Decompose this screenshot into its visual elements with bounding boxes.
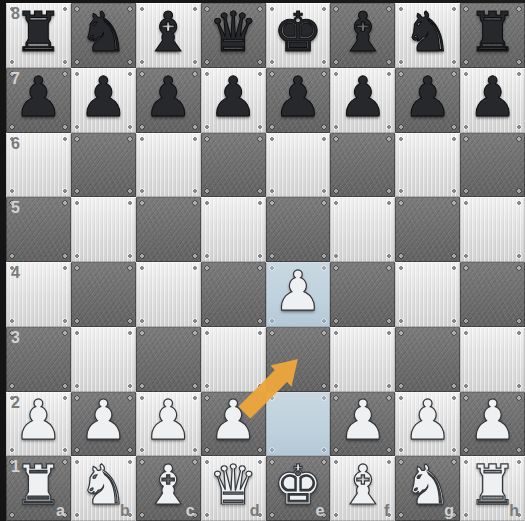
square-d5[interactable]: [201, 197, 266, 262]
piece-black-rook[interactable]: ♜: [468, 5, 517, 60]
square-b5[interactable]: [71, 197, 136, 262]
square-f2[interactable]: ♟: [330, 392, 395, 457]
square-a5[interactable]: 5: [6, 197, 71, 262]
square-a3[interactable]: 3: [6, 327, 71, 392]
square-c5[interactable]: [136, 197, 201, 262]
piece-black-pawn[interactable]: ♟: [208, 70, 257, 125]
square-h4[interactable]: [460, 262, 525, 327]
piece-white-pawn[interactable]: ♟: [144, 393, 193, 448]
square-h8[interactable]: ♜: [460, 3, 525, 68]
square-b1[interactable]: b♞: [71, 456, 136, 521]
square-a2[interactable]: 2♟: [6, 392, 71, 457]
piece-white-knight[interactable]: ♞: [79, 458, 128, 513]
piece-white-bishop[interactable]: ♝: [338, 458, 387, 513]
piece-black-pawn[interactable]: ♟: [338, 70, 387, 125]
square-d3[interactable]: [201, 327, 266, 392]
square-h5[interactable]: [460, 197, 525, 262]
piece-white-knight[interactable]: ♞: [403, 458, 452, 513]
chess-board: 8♜♞♝♛♚♝♞♜7♟♟♟♟♟♟♟♟654♟32♟♟♟♟♟♟♟1a♜b♞c♝d♛…: [6, 3, 525, 521]
square-a1[interactable]: 1a♜: [6, 456, 71, 521]
piece-black-bishop[interactable]: ♝: [144, 5, 193, 60]
square-c7[interactable]: ♟: [136, 68, 201, 133]
square-g5[interactable]: [395, 197, 460, 262]
piece-black-bishop[interactable]: ♝: [338, 5, 387, 60]
square-c8[interactable]: ♝: [136, 3, 201, 68]
piece-white-pawn[interactable]: ♟: [14, 393, 63, 448]
square-d6[interactable]: [201, 133, 266, 198]
square-b3[interactable]: [71, 327, 136, 392]
piece-black-pawn[interactable]: ♟: [273, 70, 322, 125]
piece-white-pawn[interactable]: ♟: [79, 393, 128, 448]
square-f6[interactable]: [330, 133, 395, 198]
square-e1[interactable]: e♚: [266, 456, 331, 521]
square-f4[interactable]: [330, 262, 395, 327]
piece-white-rook[interactable]: ♜: [468, 458, 517, 513]
piece-black-pawn[interactable]: ♟: [14, 70, 63, 125]
square-e3[interactable]: [266, 327, 331, 392]
square-e6[interactable]: [266, 133, 331, 198]
piece-black-knight[interactable]: ♞: [403, 5, 452, 60]
piece-black-queen[interactable]: ♛: [208, 5, 257, 60]
square-f3[interactable]: [330, 327, 395, 392]
square-a7[interactable]: 7♟: [6, 68, 71, 133]
piece-black-pawn[interactable]: ♟: [79, 70, 128, 125]
piece-black-pawn[interactable]: ♟: [403, 70, 452, 125]
square-d7[interactable]: ♟: [201, 68, 266, 133]
piece-black-rook[interactable]: ♜: [14, 5, 63, 60]
rank-label-4: 4: [11, 265, 20, 281]
piece-black-knight[interactable]: ♞: [79, 5, 128, 60]
square-e5[interactable]: [266, 197, 331, 262]
square-b7[interactable]: ♟: [71, 68, 136, 133]
square-b4[interactable]: [71, 262, 136, 327]
square-c3[interactable]: [136, 327, 201, 392]
square-g7[interactable]: ♟: [395, 68, 460, 133]
rank-label-6: 6: [11, 136, 20, 152]
piece-black-king[interactable]: ♚: [273, 5, 322, 60]
square-h6[interactable]: [460, 133, 525, 198]
square-g8[interactable]: ♞: [395, 3, 460, 68]
square-f5[interactable]: [330, 197, 395, 262]
square-h7[interactable]: ♟: [460, 68, 525, 133]
square-f7[interactable]: ♟: [330, 68, 395, 133]
piece-white-pawn[interactable]: ♟: [208, 393, 257, 448]
piece-white-bishop[interactable]: ♝: [144, 458, 193, 513]
square-c2[interactable]: ♟: [136, 392, 201, 457]
piece-white-pawn[interactable]: ♟: [403, 393, 452, 448]
square-e2[interactable]: [266, 392, 331, 457]
square-h3[interactable]: [460, 327, 525, 392]
piece-white-pawn[interactable]: ♟: [468, 393, 517, 448]
square-c1[interactable]: c♝: [136, 456, 201, 521]
piece-white-rook[interactable]: ♜: [14, 458, 63, 513]
square-c4[interactable]: [136, 262, 201, 327]
square-a6[interactable]: 6: [6, 133, 71, 198]
piece-white-queen[interactable]: ♛: [208, 458, 257, 513]
square-d8[interactable]: ♛: [201, 3, 266, 68]
square-g2[interactable]: ♟: [395, 392, 460, 457]
square-e7[interactable]: ♟: [266, 68, 331, 133]
square-d1[interactable]: d♛: [201, 456, 266, 521]
chess-board-frame: 8♜♞♝♛♚♝♞♜7♟♟♟♟♟♟♟♟654♟32♟♟♟♟♟♟♟1a♜b♞c♝d♛…: [0, 0, 525, 521]
square-e8[interactable]: ♚: [266, 3, 331, 68]
square-a4[interactable]: 4: [6, 262, 71, 327]
square-h2[interactable]: ♟: [460, 392, 525, 457]
square-d2[interactable]: ♟: [201, 392, 266, 457]
square-h1[interactable]: h♜: [460, 456, 525, 521]
square-d4[interactable]: [201, 262, 266, 327]
piece-white-pawn[interactable]: ♟: [338, 393, 387, 448]
square-g6[interactable]: [395, 133, 460, 198]
square-a8[interactable]: 8♜: [6, 3, 71, 68]
piece-white-king[interactable]: ♚: [273, 458, 322, 513]
square-e4[interactable]: ♟: [266, 262, 331, 327]
piece-black-pawn[interactable]: ♟: [144, 70, 193, 125]
square-b2[interactable]: ♟: [71, 392, 136, 457]
square-b8[interactable]: ♞: [71, 3, 136, 68]
square-g1[interactable]: g♞: [395, 456, 460, 521]
piece-black-pawn[interactable]: ♟: [468, 70, 517, 125]
piece-white-pawn[interactable]: ♟: [273, 264, 322, 319]
square-f8[interactable]: ♝: [330, 3, 395, 68]
square-f1[interactable]: f♝: [330, 456, 395, 521]
square-g3[interactable]: [395, 327, 460, 392]
rank-label-5: 5: [11, 200, 20, 216]
rank-label-3: 3: [11, 330, 20, 346]
square-b6[interactable]: [71, 133, 136, 198]
square-c6[interactable]: [136, 133, 201, 198]
square-g4[interactable]: [395, 262, 460, 327]
